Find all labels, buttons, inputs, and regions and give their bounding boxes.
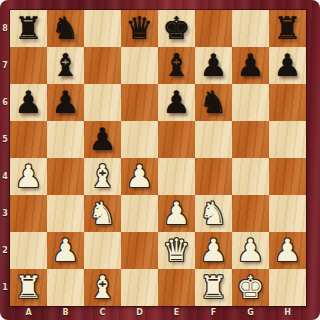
piece-white-rook-a1[interactable]: ♜ — [10, 269, 47, 306]
piece-white-king-g1[interactable]: ♚ — [232, 269, 269, 306]
file-label-a: A — [10, 306, 47, 320]
square-d4[interactable]: ♟ — [121, 158, 158, 195]
square-f6[interactable]: ♞ — [195, 84, 232, 121]
square-a3[interactable] — [10, 195, 47, 232]
square-e2[interactable]: ♛ — [158, 232, 195, 269]
square-d3[interactable] — [121, 195, 158, 232]
file-label-b: B — [47, 306, 84, 320]
file-label-h: H — [269, 306, 306, 320]
square-f8[interactable] — [195, 10, 232, 47]
rank-label-2: 2 — [0, 232, 10, 269]
file-label-f: F — [195, 306, 232, 320]
piece-white-pawn-f2[interactable]: ♟ — [195, 232, 232, 269]
square-e1[interactable] — [158, 269, 195, 306]
square-g8[interactable] — [232, 10, 269, 47]
rank-label-1: 1 — [0, 269, 10, 306]
square-b6[interactable]: ♟ — [47, 84, 84, 121]
file-label-d: D — [121, 306, 158, 320]
piece-white-pawn-d4[interactable]: ♟ — [121, 158, 158, 195]
piece-white-bishop-c1[interactable]: ♝ — [84, 269, 121, 306]
square-c6[interactable] — [84, 84, 121, 121]
square-a5[interactable] — [10, 121, 47, 158]
square-a1[interactable]: ♜ — [10, 269, 47, 306]
piece-white-knight-c3[interactable]: ♞ — [84, 195, 121, 232]
square-e6[interactable]: ♟ — [158, 84, 195, 121]
square-f2[interactable]: ♟ — [195, 232, 232, 269]
square-g1[interactable]: ♚ — [232, 269, 269, 306]
square-a2[interactable] — [10, 232, 47, 269]
square-g6[interactable] — [232, 84, 269, 121]
square-d5[interactable] — [121, 121, 158, 158]
square-h4[interactable] — [269, 158, 306, 195]
rank-label-8: 8 — [0, 10, 10, 47]
piece-white-pawn-a4[interactable]: ♟ — [10, 158, 47, 195]
square-a8[interactable]: ♜ — [10, 10, 47, 47]
file-label-c: C — [84, 306, 121, 320]
rank-label-3: 3 — [0, 195, 10, 232]
square-f4[interactable] — [195, 158, 232, 195]
piece-white-knight-f3[interactable]: ♞ — [195, 195, 232, 232]
rank-label-7: 7 — [0, 47, 10, 84]
square-f3[interactable]: ♞ — [195, 195, 232, 232]
piece-black-pawn-c5[interactable]: ♟ — [84, 121, 121, 158]
file-label-e: E — [158, 306, 195, 320]
square-h1[interactable] — [269, 269, 306, 306]
piece-white-pawn-b2[interactable]: ♟ — [47, 232, 84, 269]
piece-white-pawn-g2[interactable]: ♟ — [232, 232, 269, 269]
square-g2[interactable]: ♟ — [232, 232, 269, 269]
square-b3[interactable] — [47, 195, 84, 232]
square-e7[interactable]: ♝ — [158, 47, 195, 84]
square-c7[interactable] — [84, 47, 121, 84]
rank-label-4: 4 — [0, 158, 10, 195]
piece-black-pawn-g7[interactable]: ♟ — [232, 47, 269, 84]
square-d1[interactable] — [121, 269, 158, 306]
rank-label-5: 5 — [0, 121, 10, 158]
piece-black-knight-b8[interactable]: ♞ — [47, 10, 84, 47]
square-h5[interactable] — [269, 121, 306, 158]
square-c5[interactable]: ♟ — [84, 121, 121, 158]
square-b1[interactable] — [47, 269, 84, 306]
piece-black-queen-d8[interactable]: ♛ — [121, 10, 158, 47]
square-d6[interactable] — [121, 84, 158, 121]
square-c2[interactable] — [84, 232, 121, 269]
square-b4[interactable] — [47, 158, 84, 195]
piece-black-pawn-h7[interactable]: ♟ — [269, 47, 306, 84]
square-e8[interactable]: ♚ — [158, 10, 195, 47]
square-b8[interactable]: ♞ — [47, 10, 84, 47]
square-h3[interactable] — [269, 195, 306, 232]
square-h2[interactable]: ♟ — [269, 232, 306, 269]
piece-black-knight-f6[interactable]: ♞ — [195, 84, 232, 121]
square-e5[interactable] — [158, 121, 195, 158]
square-a4[interactable]: ♟ — [10, 158, 47, 195]
square-a7[interactable] — [10, 47, 47, 84]
square-d8[interactable]: ♛ — [121, 10, 158, 47]
piece-black-bishop-e7[interactable]: ♝ — [158, 47, 195, 84]
square-g4[interactable] — [232, 158, 269, 195]
piece-black-pawn-f7[interactable]: ♟ — [195, 47, 232, 84]
square-e4[interactable] — [158, 158, 195, 195]
piece-white-pawn-h2[interactable]: ♟ — [269, 232, 306, 269]
chess-board-frame: ♜♞♛♚♜♝♝♟♟♟♟♟♟♞♟♟♝♟♞♟♞♟♛♟♟♟♜♝♜♚ 87654321 … — [0, 0, 320, 320]
chess-board: ♜♞♛♚♜♝♝♟♟♟♟♟♟♞♟♟♝♟♞♟♞♟♛♟♟♟♜♝♜♚ — [10, 10, 306, 306]
square-a6[interactable]: ♟ — [10, 84, 47, 121]
square-e3[interactable]: ♟ — [158, 195, 195, 232]
square-g3[interactable] — [232, 195, 269, 232]
piece-black-rook-h8[interactable]: ♜ — [269, 10, 306, 47]
square-d2[interactable] — [121, 232, 158, 269]
square-b7[interactable]: ♝ — [47, 47, 84, 84]
square-b5[interactable] — [47, 121, 84, 158]
piece-black-bishop-b7[interactable]: ♝ — [47, 47, 84, 84]
square-f1[interactable]: ♜ — [195, 269, 232, 306]
square-f7[interactable]: ♟ — [195, 47, 232, 84]
piece-black-pawn-b6[interactable]: ♟ — [47, 84, 84, 121]
piece-black-pawn-a6[interactable]: ♟ — [10, 84, 47, 121]
rank-label-6: 6 — [0, 84, 10, 121]
square-c1[interactable]: ♝ — [84, 269, 121, 306]
square-c8[interactable] — [84, 10, 121, 47]
square-b2[interactable]: ♟ — [47, 232, 84, 269]
square-f5[interactable] — [195, 121, 232, 158]
piece-white-queen-e2[interactable]: ♛ — [158, 232, 195, 269]
piece-white-rook-f1[interactable]: ♜ — [195, 269, 232, 306]
square-h6[interactable] — [269, 84, 306, 121]
square-c4[interactable]: ♝ — [84, 158, 121, 195]
piece-black-pawn-e6[interactable]: ♟ — [158, 84, 195, 121]
file-label-g: G — [232, 306, 269, 320]
piece-black-rook-a8[interactable]: ♜ — [10, 10, 47, 47]
square-c3[interactable]: ♞ — [84, 195, 121, 232]
square-h7[interactable]: ♟ — [269, 47, 306, 84]
square-g7[interactable]: ♟ — [232, 47, 269, 84]
piece-white-bishop-c4[interactable]: ♝ — [84, 158, 121, 195]
piece-black-king-e8[interactable]: ♚ — [158, 10, 195, 47]
square-d7[interactable] — [121, 47, 158, 84]
piece-white-pawn-e3[interactable]: ♟ — [158, 195, 195, 232]
square-g5[interactable] — [232, 121, 269, 158]
square-h8[interactable]: ♜ — [269, 10, 306, 47]
